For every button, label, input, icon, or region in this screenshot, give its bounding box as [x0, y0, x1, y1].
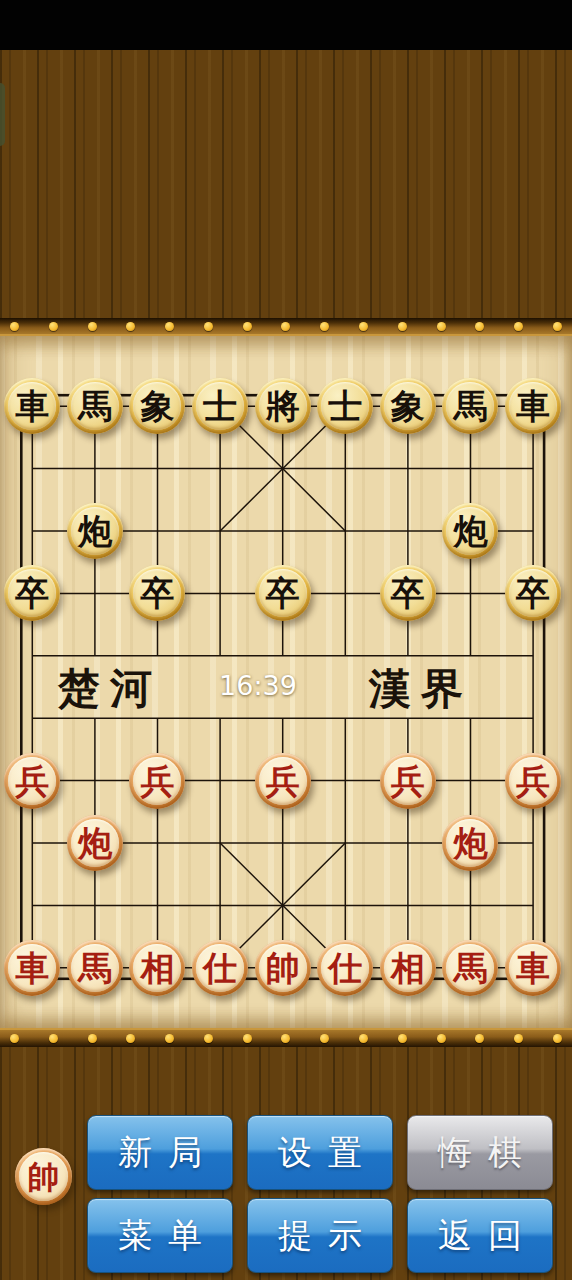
black-piece-r0c1[interactable]: 馬: [67, 378, 123, 434]
piece-face: 炮: [71, 819, 119, 867]
piece-face: 卒: [384, 569, 432, 617]
rivet-icon: [398, 1034, 407, 1043]
rivet-icon: [243, 1034, 252, 1043]
red-piece-r6c2[interactable]: 兵: [129, 753, 185, 809]
black-piece-r0c3[interactable]: 士: [192, 378, 248, 434]
piece-face: 兵: [259, 757, 307, 805]
piece-face: 相: [133, 944, 181, 992]
black-piece-r0c2[interactable]: 象: [129, 378, 185, 434]
piece-glyph: 兵: [391, 764, 425, 798]
piece-face: 仕: [321, 944, 369, 992]
new-game-button[interactable]: 新局: [87, 1115, 233, 1190]
piece-glyph: 炮: [453, 514, 487, 548]
piece-glyph: 將: [266, 389, 300, 423]
rivet-icon: [553, 1034, 562, 1043]
piece-glyph: 象: [391, 389, 425, 423]
piece-glyph: 車: [15, 389, 49, 423]
black-piece-r0c5[interactable]: 士: [317, 378, 373, 434]
top-rivet-bar: [0, 318, 572, 336]
rivet-icon: [320, 1034, 329, 1043]
piece-glyph: 帥: [266, 951, 300, 985]
red-piece-r9c3[interactable]: 仕: [192, 940, 248, 996]
rivet-icon: [281, 1034, 290, 1043]
rivet-icon: [243, 322, 252, 331]
back-button[interactable]: 返回: [407, 1198, 553, 1273]
piece-glyph: 兵: [266, 764, 300, 798]
piece-face: 炮: [446, 819, 494, 867]
piece-face: 炮: [71, 507, 119, 555]
piece-glyph: 馬: [78, 951, 112, 985]
piece-glyph: 車: [15, 951, 49, 985]
piece-face: 卒: [509, 569, 557, 617]
piece-face: 兵: [8, 757, 56, 805]
red-piece-r6c6[interactable]: 兵: [380, 753, 436, 809]
rivet-icon: [126, 322, 135, 331]
piece-glyph: 馬: [453, 951, 487, 985]
piece-face: 象: [133, 382, 181, 430]
red-turn-indicator: 帥: [15, 1148, 72, 1205]
piece-face: 兵: [133, 757, 181, 805]
xiangqi-app: 楚河 16:39 漢界 車馬象士將士象馬車炮炮卒卒卒卒卒兵兵兵兵兵炮炮車馬相仕帥…: [0, 0, 572, 1280]
black-piece-r2c1[interactable]: 炮: [67, 503, 123, 559]
rivet-icon: [359, 1034, 368, 1043]
piece-face: 士: [196, 382, 244, 430]
piece-glyph: 車: [516, 951, 550, 985]
piece-face: 車: [509, 382, 557, 430]
rivet-icon: [320, 322, 329, 331]
turn-indicator-glyph: 帥: [28, 1161, 60, 1193]
piece-face: 將: [259, 382, 307, 430]
undo-button[interactable]: 悔棋: [407, 1115, 553, 1190]
piece-face: 車: [8, 944, 56, 992]
piece-glyph: 卒: [516, 576, 550, 610]
rivet-icon: [49, 1034, 58, 1043]
rivet-icon: [475, 322, 484, 331]
piece-face: 馬: [71, 382, 119, 430]
black-piece-r3c0[interactable]: 卒: [4, 565, 60, 621]
black-piece-r3c4[interactable]: 卒: [255, 565, 311, 621]
piece-face: 卒: [8, 569, 56, 617]
piece-glyph: 卒: [391, 576, 425, 610]
red-piece-r9c5[interactable]: 仕: [317, 940, 373, 996]
piece-glyph: 仕: [203, 951, 237, 985]
black-piece-r2c7[interactable]: 炮: [442, 503, 498, 559]
red-piece-r9c6[interactable]: 相: [380, 940, 436, 996]
piece-glyph: 相: [391, 951, 425, 985]
board: 楚河 16:39 漢界 車馬象士將士象馬車炮炮卒卒卒卒卒兵兵兵兵兵炮炮車馬相仕帥…: [0, 336, 572, 1028]
piece-face: 兵: [509, 757, 557, 805]
piece-face: 兵: [384, 757, 432, 805]
river-label-right: 漢界: [369, 661, 473, 717]
piece-glyph: 士: [328, 389, 362, 423]
piece-face: 馬: [446, 382, 494, 430]
piece-face: 帥: [259, 944, 307, 992]
rivet-icon: [165, 1034, 174, 1043]
piece-glyph: 兵: [15, 764, 49, 798]
bottom-rivet-bar: [0, 1028, 572, 1047]
rivet-icon: [165, 322, 174, 331]
turn-indicator-face: 帥: [19, 1152, 68, 1201]
piece-glyph: 炮: [78, 826, 112, 860]
black-piece-r3c6[interactable]: 卒: [380, 565, 436, 621]
rivet-icon: [514, 1034, 523, 1043]
piece-glyph: 炮: [453, 826, 487, 860]
rivet-icon: [398, 322, 407, 331]
piece-glyph: 相: [140, 951, 174, 985]
red-piece-r9c2[interactable]: 相: [129, 940, 185, 996]
red-piece-r7c1[interactable]: 炮: [67, 815, 123, 871]
black-piece-r3c2[interactable]: 卒: [129, 565, 185, 621]
red-piece-r6c0[interactable]: 兵: [4, 753, 60, 809]
piece-glyph: 象: [140, 389, 174, 423]
hint-button[interactable]: 提示: [247, 1198, 393, 1273]
black-piece-r0c4[interactable]: 將: [255, 378, 311, 434]
piece-glyph: 兵: [140, 764, 174, 798]
game-clock: 16:39: [212, 670, 304, 701]
menu-button[interactable]: 菜单: [87, 1198, 233, 1273]
rivet-icon: [281, 322, 290, 331]
piece-face: 相: [384, 944, 432, 992]
piece-glyph: 仕: [328, 951, 362, 985]
piece-face: 仕: [196, 944, 244, 992]
piece-glyph: 卒: [15, 576, 49, 610]
rivet-icon: [10, 1034, 19, 1043]
black-piece-r0c0[interactable]: 車: [4, 378, 60, 434]
status-bar: [0, 0, 572, 50]
piece-face: 卒: [133, 569, 181, 617]
rivet-icon: [553, 322, 562, 331]
piece-glyph: 兵: [516, 764, 550, 798]
rivet-icon: [475, 1034, 484, 1043]
red-piece-r6c8[interactable]: 兵: [505, 753, 561, 809]
rivet-icon: [10, 322, 19, 331]
red-piece-r7c7[interactable]: 炮: [442, 815, 498, 871]
piece-face: 車: [509, 944, 557, 992]
piece-glyph: 炮: [78, 514, 112, 548]
piece-area: 楚河 16:39 漢界 車馬象士將士象馬車炮炮卒卒卒卒卒兵兵兵兵兵炮炮車馬相仕帥…: [1, 375, 565, 999]
piece-face: 卒: [259, 569, 307, 617]
black-piece-r3c8[interactable]: 卒: [505, 565, 561, 621]
rivet-icon: [88, 322, 97, 331]
piece-glyph: 馬: [453, 389, 487, 423]
piece-face: 炮: [446, 507, 494, 555]
piece-glyph: 馬: [78, 389, 112, 423]
rivet-icon: [437, 322, 446, 331]
rivet-icon: [514, 322, 523, 331]
red-piece-r6c4[interactable]: 兵: [255, 753, 311, 809]
piece-glyph: 卒: [140, 576, 174, 610]
red-piece-r9c0[interactable]: 車: [4, 940, 60, 996]
black-piece-r0c7[interactable]: 馬: [442, 378, 498, 434]
piece-glyph: 車: [516, 389, 550, 423]
piece-face: 士: [321, 382, 369, 430]
red-piece-r9c7[interactable]: 馬: [442, 940, 498, 996]
piece-face: 馬: [446, 944, 494, 992]
rivet-icon: [49, 322, 58, 331]
drawer-handle[interactable]: [0, 83, 5, 146]
piece-glyph: 卒: [266, 576, 300, 610]
piece-face: 車: [8, 382, 56, 430]
rivet-icon: [437, 1034, 446, 1043]
rivet-icon: [204, 322, 213, 331]
rivet-icon: [126, 1034, 135, 1043]
river-label-left: 楚河: [58, 661, 162, 717]
red-piece-r9c1[interactable]: 馬: [67, 940, 123, 996]
rivet-icon: [359, 322, 368, 331]
settings-button[interactable]: 设置: [247, 1115, 393, 1190]
black-piece-r0c6[interactable]: 象: [380, 378, 436, 434]
piece-face: 象: [384, 382, 432, 430]
piece-glyph: 士: [203, 389, 237, 423]
rivet-icon: [204, 1034, 213, 1043]
red-piece-r9c4[interactable]: 帥: [255, 940, 311, 996]
black-piece-r0c8[interactable]: 車: [505, 378, 561, 434]
rivet-icon: [88, 1034, 97, 1043]
red-piece-r9c8[interactable]: 車: [505, 940, 561, 996]
piece-face: 馬: [71, 944, 119, 992]
